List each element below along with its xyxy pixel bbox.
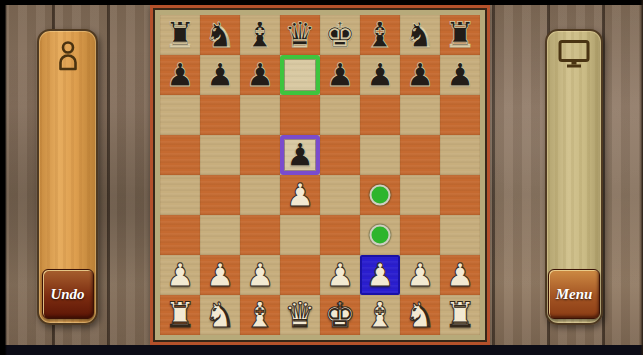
square-g2[interactable]: ♟ [400,255,440,295]
square-d1[interactable]: ♛ [280,295,320,335]
black-bishop: ♝ [364,15,395,55]
square-c7[interactable]: ♟ [240,55,280,95]
white-pawn: ♟ [246,255,275,295]
square-f1[interactable]: ♝ [360,295,400,335]
square-d2[interactable] [280,255,320,295]
square-e8[interactable]: ♚ [320,15,360,55]
chess-board: ♜♞♝♛♚♝♞♜♟♟♟♟♟♟♟♟♟♟♟♟♟♟♟♟♜♞♝♛♚♝♞♜ [160,15,480,335]
square-b4[interactable] [200,175,240,215]
square-e6[interactable] [320,95,360,135]
black-pawn: ♟ [246,55,275,95]
square-b2[interactable]: ♟ [200,255,240,295]
white-pawn: ♟ [446,255,475,295]
square-a1[interactable]: ♜ [160,295,200,335]
white-knight: ♞ [204,295,235,335]
black-pawn: ♟ [166,55,195,95]
black-knight: ♞ [404,15,435,55]
square-g7[interactable]: ♟ [400,55,440,95]
square-a5[interactable] [160,135,200,175]
square-h6[interactable] [440,95,480,135]
square-b1[interactable]: ♞ [200,295,240,335]
square-d7[interactable] [280,55,320,95]
black-pawn: ♟ [326,55,355,95]
square-f8[interactable]: ♝ [360,15,400,55]
square-g1[interactable]: ♞ [400,295,440,335]
white-queen: ♛ [284,295,315,335]
square-a7[interactable]: ♟ [160,55,200,95]
app-root: Undo Menu ♜♞♝♛♚♝♞♜♟♟♟♟♟♟♟♟♟♟♟♟♟♟♟♟♜♞♝♛♚♝… [0,0,643,355]
square-b8[interactable]: ♞ [200,15,240,55]
square-c1[interactable]: ♝ [240,295,280,335]
square-f4[interactable] [360,175,400,215]
black-pawn: ♟ [286,135,315,175]
square-g4[interactable] [400,175,440,215]
square-f5[interactable] [360,135,400,175]
black-rook: ♜ [164,15,195,55]
white-bishop: ♝ [244,295,275,335]
black-bishop: ♝ [244,15,275,55]
square-g5[interactable] [400,135,440,175]
square-a4[interactable] [160,175,200,215]
square-g3[interactable] [400,215,440,255]
square-f2[interactable]: ♟ [360,255,400,295]
white-rook: ♜ [164,295,195,335]
square-c4[interactable] [240,175,280,215]
square-c2[interactable]: ♟ [240,255,280,295]
square-h5[interactable] [440,135,480,175]
square-f7[interactable]: ♟ [360,55,400,95]
square-h2[interactable]: ♟ [440,255,480,295]
square-g6[interactable] [400,95,440,135]
undo-button[interactable]: Undo [42,269,94,319]
black-pawn: ♟ [446,55,475,95]
player-icon [55,39,81,71]
board-frame: ♜♞♝♛♚♝♞♜♟♟♟♟♟♟♟♟♟♟♟♟♟♟♟♟♜♞♝♛♚♝♞♜ [150,5,490,345]
square-f3[interactable] [360,215,400,255]
black-rook: ♜ [444,15,475,55]
square-b3[interactable] [200,215,240,255]
square-e5[interactable] [320,135,360,175]
black-knight: ♞ [204,15,235,55]
square-a2[interactable]: ♟ [160,255,200,295]
white-pawn: ♟ [366,255,395,295]
white-bishop: ♝ [364,295,395,335]
square-h3[interactable] [440,215,480,255]
black-king: ♚ [324,15,355,55]
black-pawn: ♟ [206,55,235,95]
square-f6[interactable] [360,95,400,135]
letterbox-bottom [0,345,643,355]
square-c5[interactable] [240,135,280,175]
white-pawn: ♟ [406,255,435,295]
white-pawn: ♟ [206,255,235,295]
square-e4[interactable] [320,175,360,215]
square-c6[interactable] [240,95,280,135]
white-king: ♚ [324,295,355,335]
white-pawn: ♟ [166,255,195,295]
legal-move-dot[interactable] [370,225,391,246]
white-pawn: ♟ [286,175,315,215]
white-knight: ♞ [404,295,435,335]
letterbox-top [0,0,643,5]
letterbox-left [0,0,7,355]
square-c8[interactable]: ♝ [240,15,280,55]
square-d8[interactable]: ♛ [280,15,320,55]
square-e2[interactable]: ♟ [320,255,360,295]
board-frame-tan: ♜♞♝♛♚♝♞♜♟♟♟♟♟♟♟♟♟♟♟♟♟♟♟♟♜♞♝♛♚♝♞♜ [155,10,485,340]
white-pawn: ♟ [326,255,355,295]
square-d4[interactable]: ♟ [280,175,320,215]
square-b6[interactable] [200,95,240,135]
square-d6[interactable] [280,95,320,135]
player-panel: Undo [37,29,98,325]
black-queen: ♛ [284,15,315,55]
menu-button[interactable]: Menu [548,269,600,319]
white-rook: ♜ [444,295,475,335]
board-frame-inner: ♜♞♝♛♚♝♞♜♟♟♟♟♟♟♟♟♟♟♟♟♟♟♟♟♜♞♝♛♚♝♞♜ [153,8,487,342]
square-e7[interactable]: ♟ [320,55,360,95]
square-e3[interactable] [320,215,360,255]
square-h4[interactable] [440,175,480,215]
legal-move-dot[interactable] [370,185,391,206]
square-g8[interactable]: ♞ [400,15,440,55]
square-d5[interactable]: ♟ [280,135,320,175]
square-a6[interactable] [160,95,200,135]
square-h7[interactable]: ♟ [440,55,480,95]
square-d3[interactable] [280,215,320,255]
square-a3[interactable] [160,215,200,255]
square-b5[interactable] [200,135,240,175]
square-a8[interactable]: ♜ [160,15,200,55]
black-pawn: ♟ [366,55,395,95]
square-b7[interactable]: ♟ [200,55,240,95]
square-c3[interactable] [240,215,280,255]
square-h8[interactable]: ♜ [440,15,480,55]
black-pawn: ♟ [406,55,435,95]
computer-monitor-icon [557,39,591,69]
square-e1[interactable]: ♚ [320,295,360,335]
computer-panel: Menu [545,29,603,325]
square-h1[interactable]: ♜ [440,295,480,335]
